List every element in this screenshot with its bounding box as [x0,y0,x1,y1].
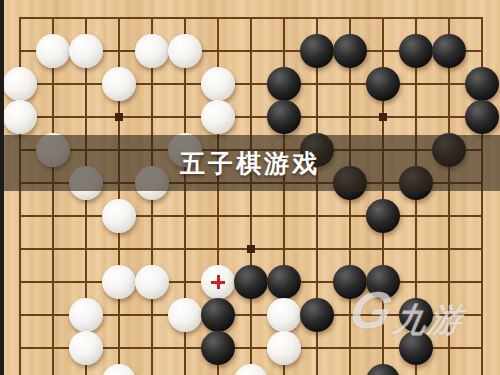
screen-left-border [0,0,4,375]
white-stone [168,34,202,68]
grid-line-vertical [448,18,450,375]
black-stone [399,331,433,365]
black-stone [366,67,400,101]
black-stone [300,298,334,332]
white-stone [36,34,70,68]
white-stone [234,364,268,375]
black-stone [267,100,301,134]
white-stone [168,298,202,332]
white-stone [102,364,136,375]
white-stone [102,265,136,299]
white-stone [135,265,169,299]
white-stone [69,331,103,365]
white-stone [201,100,235,134]
white-stone [69,298,103,332]
black-stone [300,34,334,68]
star-point [115,113,123,121]
grid-line-horizontal [19,17,483,19]
black-stone [201,298,235,332]
white-stone [102,67,136,101]
black-stone [465,67,499,101]
white-stone [102,199,136,233]
black-stone [399,298,433,332]
gomoku-game-screen: 五子棋游戏 G 九游 [0,0,500,375]
black-stone [267,265,301,299]
grid-line-horizontal [19,215,483,217]
star-point [379,113,387,121]
grid-line-horizontal [19,116,483,118]
black-stone [234,265,268,299]
white-stone [3,100,37,134]
grid-line-horizontal [19,83,483,85]
game-title: 五子棋游戏 [180,147,320,180]
black-stone [432,34,466,68]
black-stone [267,67,301,101]
black-stone [399,34,433,68]
black-stone [366,199,400,233]
star-point [247,245,255,253]
grid-line-vertical [250,18,252,375]
last-move-marker-icon [211,275,225,289]
grid-line-vertical [52,18,54,375]
white-stone [267,331,301,365]
white-stone [135,34,169,68]
black-stone [366,364,400,375]
black-stone [333,265,367,299]
black-stone [465,100,499,134]
title-banner: 五子棋游戏 [0,135,500,191]
white-stone [3,67,37,101]
white-stone [267,298,301,332]
black-stone [201,331,235,365]
white-stone [69,34,103,68]
black-stone [333,34,367,68]
white-stone [201,67,235,101]
black-stone [366,265,400,299]
